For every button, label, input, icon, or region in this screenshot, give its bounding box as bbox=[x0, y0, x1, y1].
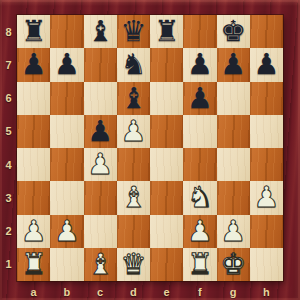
square-h2[interactable] bbox=[250, 215, 283, 248]
square-d4[interactable] bbox=[117, 148, 150, 181]
square-f4[interactable] bbox=[183, 148, 216, 181]
square-f1[interactable]: ♜ bbox=[183, 248, 216, 281]
piece-black-pawn-f6[interactable]: ♟ bbox=[187, 82, 213, 115]
square-e8[interactable]: ♜ bbox=[150, 15, 183, 48]
square-h5[interactable] bbox=[250, 115, 283, 148]
piece-white-king-g1[interactable]: ♚ bbox=[220, 248, 246, 281]
file-label-g: g bbox=[217, 283, 250, 300]
file-label-e: e bbox=[150, 283, 183, 300]
square-b4[interactable] bbox=[50, 148, 83, 181]
square-c2[interactable] bbox=[84, 215, 117, 248]
square-f8[interactable] bbox=[183, 15, 216, 48]
square-e5[interactable] bbox=[150, 115, 183, 148]
piece-black-rook-a8[interactable]: ♜ bbox=[21, 15, 47, 48]
square-c4[interactable]: ♟ bbox=[84, 148, 117, 181]
square-b7[interactable]: ♟ bbox=[50, 48, 83, 81]
square-f2[interactable]: ♟ bbox=[183, 215, 216, 248]
square-a1[interactable]: ♜ bbox=[17, 248, 50, 281]
square-c5[interactable]: ♟ bbox=[84, 115, 117, 148]
square-e3[interactable] bbox=[150, 181, 183, 214]
piece-black-bishop-d6[interactable]: ♝ bbox=[120, 82, 146, 115]
square-b2[interactable]: ♟ bbox=[50, 215, 83, 248]
square-g4[interactable] bbox=[217, 148, 250, 181]
rank-label-6: 6 bbox=[0, 82, 17, 115]
square-e4[interactable] bbox=[150, 148, 183, 181]
square-f6[interactable]: ♟ bbox=[183, 82, 216, 115]
piece-white-knight-f3[interactable]: ♞ bbox=[187, 181, 213, 214]
piece-black-pawn-g7[interactable]: ♟ bbox=[220, 48, 246, 81]
rank-label-4: 4 bbox=[0, 148, 17, 181]
file-label-f: f bbox=[183, 283, 216, 300]
file-label-a: a bbox=[17, 283, 50, 300]
piece-black-king-g8[interactable]: ♚ bbox=[220, 15, 246, 48]
square-c7[interactable] bbox=[84, 48, 117, 81]
square-d2[interactable] bbox=[117, 215, 150, 248]
square-a3[interactable] bbox=[17, 181, 50, 214]
rank-label-2: 2 bbox=[0, 215, 17, 248]
piece-black-pawn-c5[interactable]: ♟ bbox=[87, 115, 113, 148]
square-h6[interactable] bbox=[250, 82, 283, 115]
square-g2[interactable]: ♟ bbox=[217, 215, 250, 248]
piece-white-pawn-g2[interactable]: ♟ bbox=[220, 215, 246, 248]
rank-label-7: 7 bbox=[0, 48, 17, 81]
square-b6[interactable] bbox=[50, 82, 83, 115]
square-c8[interactable]: ♝ bbox=[84, 15, 117, 48]
square-b8[interactable] bbox=[50, 15, 83, 48]
square-g7[interactable]: ♟ bbox=[217, 48, 250, 81]
piece-white-pawn-b2[interactable]: ♟ bbox=[54, 215, 80, 248]
piece-white-pawn-a2[interactable]: ♟ bbox=[21, 215, 47, 248]
piece-white-pawn-f2[interactable]: ♟ bbox=[187, 215, 213, 248]
piece-black-pawn-f7[interactable]: ♟ bbox=[187, 48, 213, 81]
piece-white-bishop-d3[interactable]: ♝ bbox=[120, 181, 146, 214]
square-d7[interactable]: ♞ bbox=[117, 48, 150, 81]
square-h1[interactable] bbox=[250, 248, 283, 281]
rank-labels: 87654321 bbox=[0, 15, 17, 281]
file-label-b: b bbox=[50, 283, 83, 300]
piece-white-pawn-c4[interactable]: ♟ bbox=[87, 148, 113, 181]
square-h7[interactable]: ♟ bbox=[250, 48, 283, 81]
piece-black-bishop-c8[interactable]: ♝ bbox=[87, 15, 113, 48]
square-a2[interactable]: ♟ bbox=[17, 215, 50, 248]
file-labels: abcdefgh bbox=[17, 283, 283, 300]
board[interactable]: ♜♝♛♜♚♟♟♞♟♟♟♝♟♟♟♟♝♞♟♟♟♟♟♜♝♛♜♚ bbox=[17, 15, 283, 281]
piece-black-knight-d7[interactable]: ♞ bbox=[120, 48, 146, 81]
square-b5[interactable] bbox=[50, 115, 83, 148]
square-a7[interactable]: ♟ bbox=[17, 48, 50, 81]
piece-black-pawn-b7[interactable]: ♟ bbox=[54, 48, 80, 81]
square-f7[interactable]: ♟ bbox=[183, 48, 216, 81]
square-d1[interactable]: ♛ bbox=[117, 248, 150, 281]
square-g6[interactable] bbox=[217, 82, 250, 115]
square-h4[interactable] bbox=[250, 148, 283, 181]
file-label-c: c bbox=[84, 283, 117, 300]
square-c3[interactable] bbox=[84, 181, 117, 214]
square-e7[interactable] bbox=[150, 48, 183, 81]
square-g8[interactable]: ♚ bbox=[217, 15, 250, 48]
rank-label-8: 8 bbox=[0, 15, 17, 48]
piece-black-queen-d8[interactable]: ♛ bbox=[120, 15, 146, 48]
piece-black-pawn-a7[interactable]: ♟ bbox=[21, 48, 47, 81]
rank-label-3: 3 bbox=[0, 181, 17, 214]
square-a6[interactable] bbox=[17, 82, 50, 115]
file-label-h: h bbox=[250, 283, 283, 300]
chess-diagram: 87654321 ♜♝♛♜♚♟♟♞♟♟♟♝♟♟♟♟♝♞♟♟♟♟♟♜♝♛♜♚ ab… bbox=[0, 0, 300, 300]
square-d6[interactable]: ♝ bbox=[117, 82, 150, 115]
piece-black-pawn-h7[interactable]: ♟ bbox=[253, 48, 279, 81]
square-a5[interactable] bbox=[17, 115, 50, 148]
square-e2[interactable] bbox=[150, 215, 183, 248]
rank-label-1: 1 bbox=[0, 248, 17, 281]
piece-white-rook-f1[interactable]: ♜ bbox=[187, 248, 213, 281]
piece-white-rook-a1[interactable]: ♜ bbox=[21, 248, 47, 281]
square-d5[interactable]: ♟ bbox=[117, 115, 150, 148]
square-g3[interactable] bbox=[217, 181, 250, 214]
piece-white-bishop-c1[interactable]: ♝ bbox=[87, 248, 113, 281]
square-e1[interactable] bbox=[150, 248, 183, 281]
piece-black-rook-e8[interactable]: ♜ bbox=[154, 15, 180, 48]
square-h8[interactable] bbox=[250, 15, 283, 48]
square-f5[interactable] bbox=[183, 115, 216, 148]
square-f3[interactable]: ♞ bbox=[183, 181, 216, 214]
rank-label-5: 5 bbox=[0, 115, 17, 148]
square-g5[interactable] bbox=[217, 115, 250, 148]
square-a4[interactable] bbox=[17, 148, 50, 181]
square-b3[interactable] bbox=[50, 181, 83, 214]
square-b1[interactable] bbox=[50, 248, 83, 281]
file-label-d: d bbox=[117, 283, 150, 300]
square-h3[interactable]: ♟ bbox=[250, 181, 283, 214]
square-c6[interactable] bbox=[84, 82, 117, 115]
square-a8[interactable]: ♜ bbox=[17, 15, 50, 48]
piece-white-queen-d1[interactable]: ♛ bbox=[120, 248, 146, 281]
square-d8[interactable]: ♛ bbox=[117, 15, 150, 48]
square-d3[interactable]: ♝ bbox=[117, 181, 150, 214]
square-g1[interactable]: ♚ bbox=[217, 248, 250, 281]
square-c1[interactable]: ♝ bbox=[84, 248, 117, 281]
square-e6[interactable] bbox=[150, 82, 183, 115]
piece-white-pawn-h3[interactable]: ♟ bbox=[253, 181, 279, 214]
piece-white-pawn-d5[interactable]: ♟ bbox=[120, 115, 146, 148]
